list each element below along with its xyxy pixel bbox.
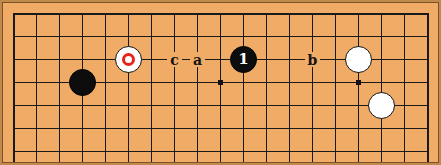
hoshi-star-point [356,80,361,85]
stone-number-label: 1 [238,52,248,68]
point-label-c: c [167,52,182,67]
grid-line-vertical [427,13,429,163]
grid-line-vertical [404,13,405,163]
grid-line-vertical [197,13,198,163]
grid-line-vertical [220,13,221,163]
grid-line-horizontal [13,36,429,37]
grid-line-horizontal [13,128,429,129]
go-board-diagram: cab1 [0,0,441,165]
grid-line-vertical [381,13,382,163]
point-label-b: b [305,52,320,67]
grid-line-vertical [174,13,175,163]
grid-line-vertical [289,13,290,163]
grid-line-vertical [105,13,106,163]
stone-white-r15 [368,92,395,119]
grid-line-vertical [36,13,37,163]
grid-line-vertical [13,13,15,163]
grid-line-horizontal [13,105,429,106]
grid-line-vertical [312,13,313,163]
grid-line-vertical [151,13,152,163]
grid-line-horizontal [13,151,429,152]
stone-white-f17 [115,46,142,73]
circle-mark-icon [122,53,135,66]
hoshi-star-point [218,80,223,85]
stone-black-l17: 1 [230,46,257,73]
stone-black-d16 [69,69,96,96]
grid-line-vertical [59,13,60,163]
grid-line-vertical [243,13,244,163]
grid-line-vertical [266,13,267,163]
grid-line-vertical [128,13,129,163]
grid-line-vertical [335,13,336,163]
grid-line-horizontal [13,13,429,15]
stone-white-q17 [345,46,372,73]
point-label-a: a [190,52,205,67]
grid-line-vertical [358,13,359,163]
